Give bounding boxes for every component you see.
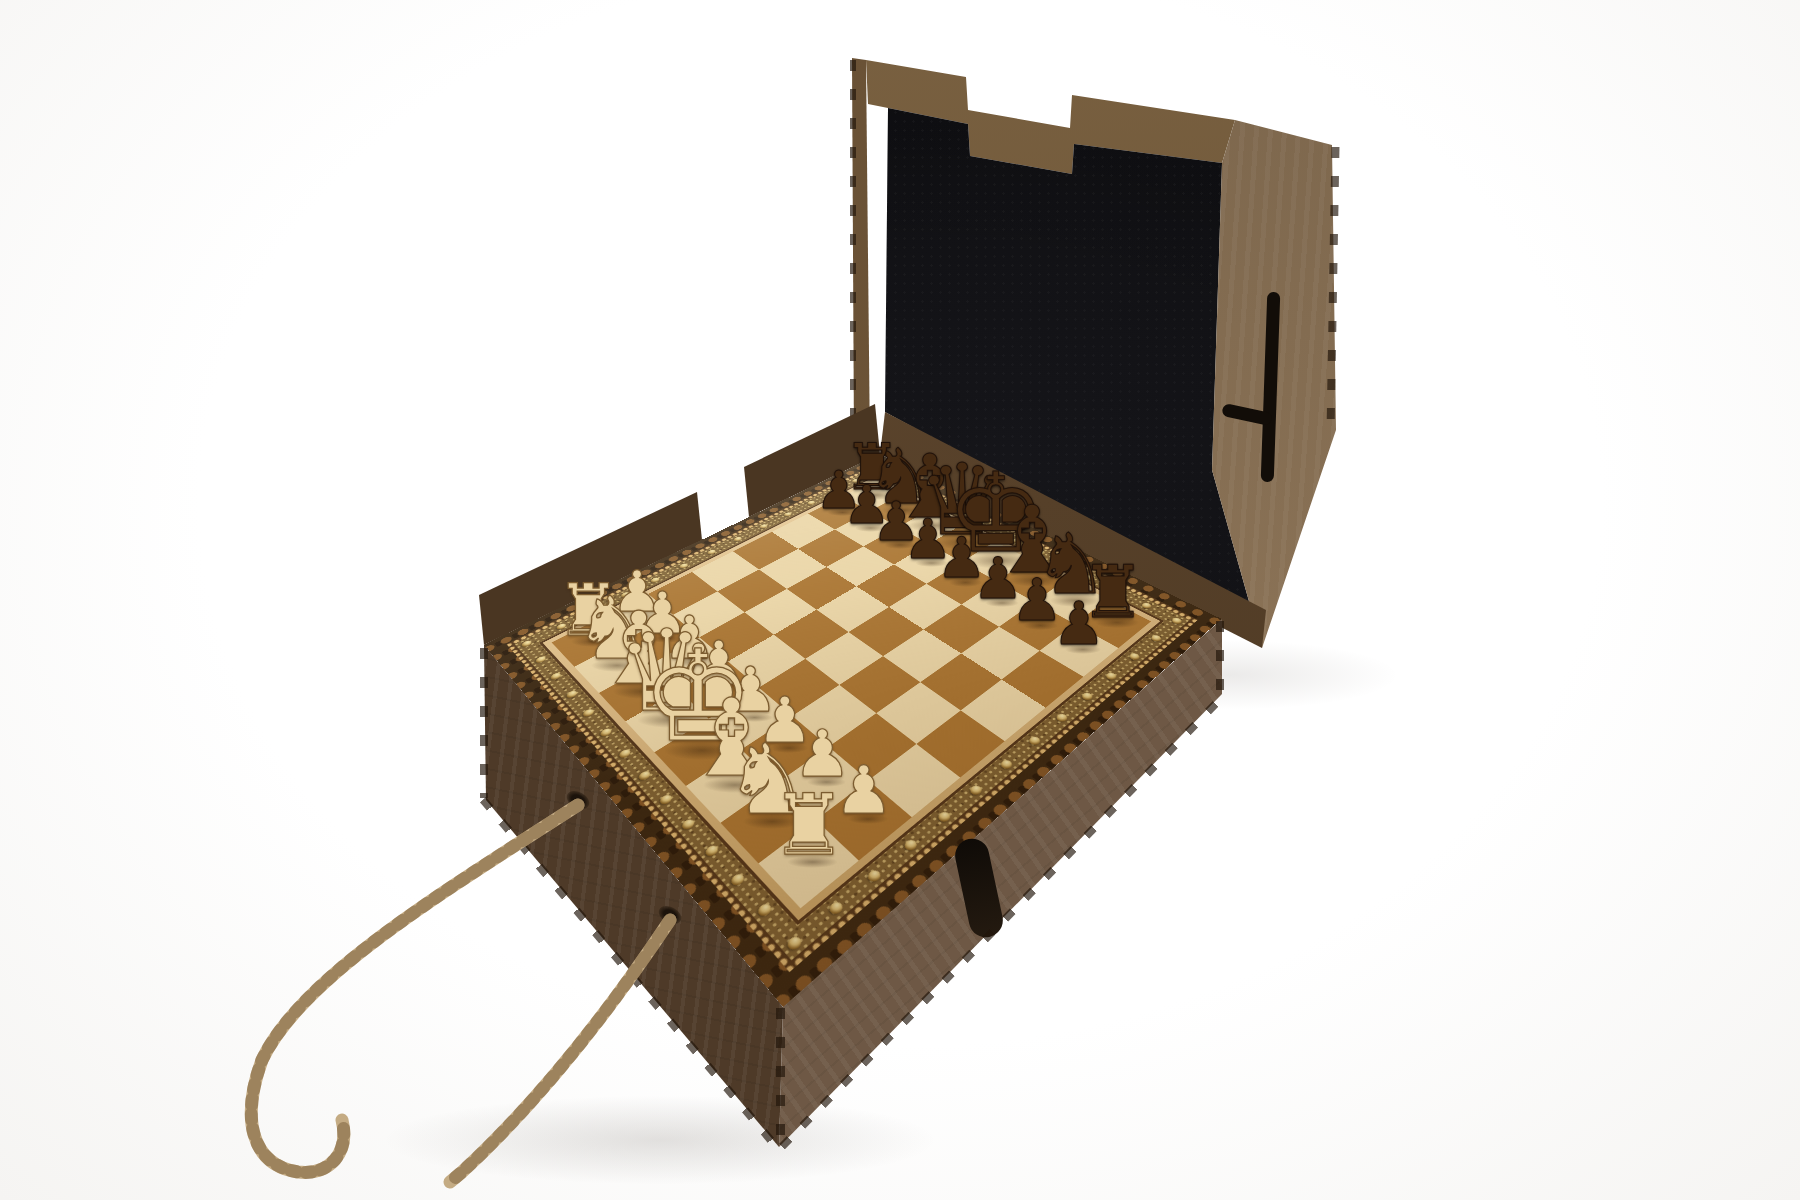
chess-piece[interactable]: ♜ — [766, 783, 851, 868]
rope-strand — [251, 805, 578, 1172]
scene: ♜♞♝♛♚♝♞♜♟♟♟♟♟♟♟♟♟♟♟♟♟♟♟♟♜♞♝♛♚♝♞♜ — [0, 0, 1800, 1200]
floor-shadow — [380, 1095, 940, 1185]
chess-piece[interactable]: ♟ — [1049, 594, 1108, 653]
